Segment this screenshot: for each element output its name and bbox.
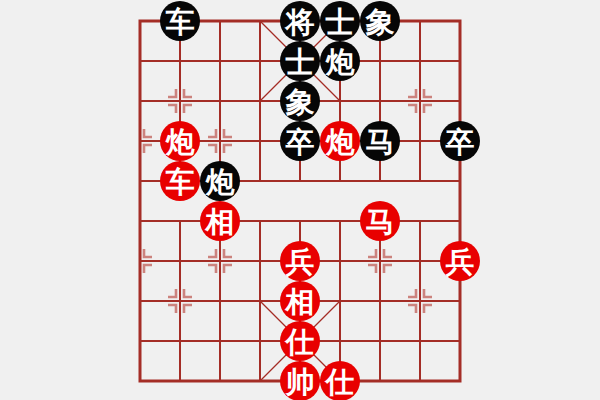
piece-glyph: 炮 [166,128,195,157]
piece-black-advisor[interactable]: 士 [280,41,320,81]
piece-glyph: 相 [286,288,315,317]
piece-black-chariot[interactable]: 车 [160,1,200,41]
piece-black-soldier[interactable]: 卒 [280,121,320,161]
piece-glyph: 炮 [206,168,235,197]
xiangqi-app: 车将士象士炮象炮卒炮马卒车炮相马兵兵相仕帅仕 [0,0,600,400]
piece-black-general[interactable]: 将 [280,1,320,41]
board[interactable]: 车将士象士炮象炮卒炮马卒车炮相马兵兵相仕帅仕 [120,1,480,400]
piece-black-soldier[interactable]: 卒 [440,121,480,161]
piece-glyph: 炮 [326,128,355,157]
piece-black-elephant[interactable]: 象 [280,81,320,121]
piece-glyph: 相 [206,208,235,237]
piece-black-cannon[interactable]: 炮 [320,41,360,81]
piece-black-horse[interactable]: 马 [360,121,400,161]
piece-red-soldier[interactable]: 兵 [440,241,480,281]
piece-black-elephant[interactable]: 象 [360,1,400,41]
piece-red-general[interactable]: 帅 [280,361,320,400]
piece-glyph: 车 [166,8,195,37]
piece-glyph: 象 [286,88,315,117]
piece-red-chariot[interactable]: 车 [160,161,200,201]
piece-glyph: 马 [366,128,395,157]
piece-red-advisor[interactable]: 仕 [280,321,320,361]
piece-red-elephant[interactable]: 相 [280,281,320,321]
piece-glyph: 仕 [326,368,355,397]
piece-glyph: 仕 [286,328,315,357]
piece-glyph: 将 [286,8,315,37]
piece-glyph: 兵 [286,248,315,277]
piece-red-cannon[interactable]: 炮 [320,121,360,161]
piece-glyph: 士 [286,48,315,77]
piece-red-soldier[interactable]: 兵 [280,241,320,281]
piece-glyph: 象 [366,8,395,37]
piece-glyph: 车 [166,168,195,197]
piece-glyph: 士 [326,8,355,37]
piece-red-elephant[interactable]: 相 [200,201,240,241]
piece-red-advisor[interactable]: 仕 [320,361,360,400]
piece-glyph: 炮 [326,48,355,77]
piece-red-cannon[interactable]: 炮 [160,121,200,161]
piece-black-advisor[interactable]: 士 [320,1,360,41]
piece-glyph: 马 [366,208,395,237]
piece-red-horse[interactable]: 马 [360,201,400,241]
piece-glyph: 卒 [446,128,475,157]
piece-glyph: 兵 [446,248,475,277]
piece-glyph: 帅 [286,368,315,397]
piece-glyph: 卒 [286,128,315,157]
piece-black-cannon[interactable]: 炮 [200,161,240,201]
